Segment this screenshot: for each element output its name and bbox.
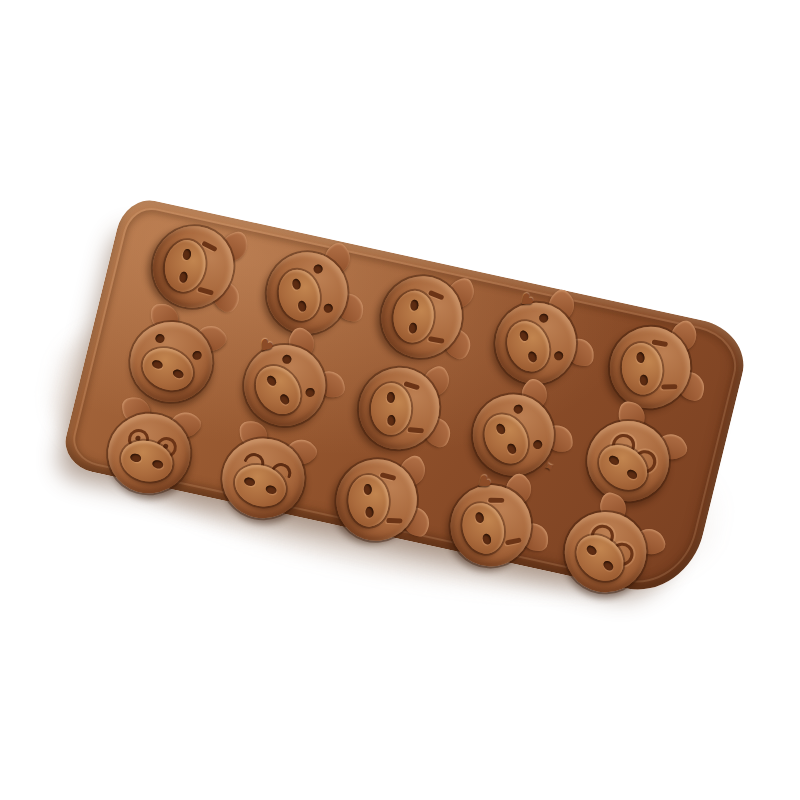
pig-left-eye — [155, 333, 167, 345]
pig-left-nostril — [265, 374, 278, 388]
pig-left-nostril — [607, 454, 621, 467]
pig-snout — [274, 265, 326, 326]
pig-left-nostril — [243, 476, 256, 487]
pig-right-eye — [304, 386, 317, 398]
pig-left-eye — [379, 473, 396, 482]
pig-snout — [136, 340, 201, 398]
pig-left-nostril — [291, 278, 302, 291]
pig-right-eye — [428, 336, 445, 344]
pig-right-eye — [531, 438, 543, 450]
silicone-mold-tray: ♥ — [59, 195, 753, 602]
pig-right-nostril — [365, 506, 374, 518]
product-photo-scene: ♥ — [0, 0, 800, 800]
pig-snout — [247, 358, 310, 423]
pig-snout — [370, 382, 411, 435]
pig-left-nostril — [363, 484, 372, 496]
pig-right-nostril — [152, 459, 165, 470]
pig-right-nostril — [601, 559, 615, 572]
pig-right-nostril — [408, 322, 417, 333]
pig-right-eye — [386, 518, 402, 524]
pig-left-eye — [201, 241, 218, 253]
pig-right-nostril — [265, 484, 278, 495]
star-decoration: ✦ — [540, 459, 556, 474]
cavity-grid: ♥ — [90, 210, 721, 579]
pig-right-eye — [661, 384, 677, 389]
pig-left-eye — [538, 313, 550, 325]
pig-right-eye — [505, 537, 522, 545]
pig-right-nostril — [172, 368, 185, 380]
pig-snout — [347, 473, 391, 528]
pig-left-nostril — [518, 329, 530, 342]
pig-left-nostril — [635, 351, 645, 363]
pig-left-eye — [651, 340, 668, 348]
pig-right-nostril — [505, 442, 517, 455]
pig-right-eye — [552, 350, 564, 362]
pig-snout — [590, 436, 656, 499]
pig-cavity — [374, 270, 474, 365]
pig-left-nostril — [387, 392, 395, 403]
pig-left-nostril — [410, 300, 419, 311]
pig-snout — [162, 238, 210, 294]
pig-cavity — [329, 451, 430, 551]
pig-right-nostril — [387, 415, 395, 426]
pig-right-nostril — [297, 300, 308, 313]
pig-left-nostril — [182, 249, 192, 261]
pig-right-eye — [198, 286, 215, 295]
pig-right-eye — [191, 350, 203, 362]
pig-right-nostril — [278, 393, 291, 407]
pig-snout — [456, 497, 511, 559]
pig-snout — [567, 526, 633, 590]
pig-left-nostril — [494, 422, 506, 435]
pig-left-eye — [313, 264, 324, 275]
pig-right-nostril — [625, 468, 639, 481]
pig-right-nostril — [639, 374, 649, 386]
pig-right-eye — [407, 427, 424, 433]
pig-cavity — [354, 362, 451, 458]
pig-left-nostril — [584, 544, 598, 557]
pig-left-nostril — [474, 511, 485, 524]
pig-snout — [476, 407, 536, 472]
pig-left-eye — [281, 354, 294, 366]
pig-face — [548, 495, 663, 609]
pig-left-nostril — [151, 359, 164, 371]
pig-left-nostril — [130, 453, 143, 464]
pig-snout — [618, 340, 665, 398]
pig-snout — [392, 290, 436, 343]
pig-right-eye — [323, 302, 334, 313]
pig-left-eye — [403, 381, 420, 390]
pig-left-eye — [512, 403, 524, 415]
pig-right-nostril — [481, 533, 492, 546]
pig-snout — [500, 315, 556, 378]
pig-right-nostril — [526, 350, 538, 363]
pig-left-eye — [488, 498, 504, 503]
pig-left-eye — [428, 290, 445, 301]
pig-right-nostril — [179, 271, 189, 283]
